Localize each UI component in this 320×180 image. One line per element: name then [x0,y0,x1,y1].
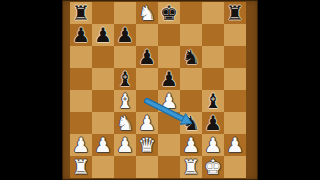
square-c2[interactable]: ♟ [114,134,136,156]
square-b4[interactable] [92,90,114,112]
square-h2[interactable]: ♟ [224,134,246,156]
square-g2[interactable]: ♟ [202,134,224,156]
piece-white-queen-d2[interactable]: ♛ [136,134,158,156]
square-e3[interactable] [158,112,180,134]
piece-black-pawn-c7[interactable]: ♟ [114,24,136,46]
square-g7[interactable] [202,24,224,46]
square-e1[interactable] [158,156,180,178]
square-h6[interactable] [224,46,246,68]
square-c1[interactable] [114,156,136,178]
square-e4[interactable]: ♟ [158,90,180,112]
square-c5[interactable]: ♝ [114,68,136,90]
square-h5[interactable] [224,68,246,90]
square-f2[interactable]: ♟ [180,134,202,156]
square-h8[interactable]: ♜ [224,2,246,24]
piece-white-king-g1[interactable]: ♚ [202,156,224,178]
piece-black-rook-a8[interactable]: ♜ [70,2,92,24]
square-b1[interactable] [92,156,114,178]
piece-white-pawn-h2[interactable]: ♟ [224,134,246,156]
piece-black-knight-f3[interactable]: ♞ [180,112,202,134]
piece-white-pawn-a2[interactable]: ♟ [70,134,92,156]
piece-black-bishop-g4[interactable]: ♝ [202,90,224,112]
piece-black-pawn-a7[interactable]: ♟ [70,24,92,46]
square-g5[interactable] [202,68,224,90]
square-d5[interactable] [136,68,158,90]
square-c8[interactable] [114,2,136,24]
square-f8[interactable] [180,2,202,24]
square-c6[interactable] [114,46,136,68]
square-f6[interactable]: ♞ [180,46,202,68]
square-f7[interactable] [180,24,202,46]
piece-white-pawn-c2[interactable]: ♟ [114,134,136,156]
square-h4[interactable] [224,90,246,112]
piece-black-bishop-c5[interactable]: ♝ [114,68,136,90]
square-a7[interactable]: ♟ [70,24,92,46]
piece-white-knight-d8[interactable]: ♞ [136,2,158,24]
square-b7[interactable]: ♟ [92,24,114,46]
piece-white-pawn-g2[interactable]: ♟ [202,134,224,156]
square-b5[interactable] [92,68,114,90]
square-g4[interactable]: ♝ [202,90,224,112]
piece-black-king-e8[interactable]: ♚ [158,2,180,24]
background: ♜♞♚♜♟♟♟♟♞♝♟♝♟♝♞♟♞♟♟♟♟♛♟♟♟♜♜♚ [0,0,320,180]
square-h1[interactable] [224,156,246,178]
square-e2[interactable] [158,134,180,156]
square-g1[interactable]: ♚ [202,156,224,178]
square-f5[interactable] [180,68,202,90]
square-a6[interactable] [70,46,92,68]
square-e6[interactable] [158,46,180,68]
square-d1[interactable] [136,156,158,178]
square-g6[interactable] [202,46,224,68]
piece-white-pawn-b2[interactable]: ♟ [92,134,114,156]
square-g3[interactable]: ♟ [202,112,224,134]
square-e5[interactable]: ♟ [158,68,180,90]
square-f3[interactable]: ♞ [180,112,202,134]
piece-white-pawn-e4[interactable]: ♟ [158,90,180,112]
square-b2[interactable]: ♟ [92,134,114,156]
piece-white-rook-f1[interactable]: ♜ [180,156,202,178]
square-a4[interactable] [70,90,92,112]
square-b8[interactable] [92,2,114,24]
square-a1[interactable]: ♜ [70,156,92,178]
piece-black-pawn-e5[interactable]: ♟ [158,68,180,90]
square-e8[interactable]: ♚ [158,2,180,24]
piece-white-bishop-c4[interactable]: ♝ [114,90,136,112]
piece-white-pawn-d3[interactable]: ♟ [136,112,158,134]
square-g8[interactable] [202,2,224,24]
square-c7[interactable]: ♟ [114,24,136,46]
square-a2[interactable]: ♟ [70,134,92,156]
board-frame: ♜♞♚♜♟♟♟♟♞♝♟♝♟♝♞♟♞♟♟♟♟♛♟♟♟♜♜♚ [62,0,258,180]
square-a8[interactable]: ♜ [70,2,92,24]
square-c3[interactable]: ♞ [114,112,136,134]
square-d2[interactable]: ♛ [136,134,158,156]
square-d3[interactable]: ♟ [136,112,158,134]
piece-white-pawn-f2[interactable]: ♟ [180,134,202,156]
piece-black-pawn-g3[interactable]: ♟ [202,112,224,134]
square-e7[interactable] [158,24,180,46]
square-h7[interactable] [224,24,246,46]
board: ♜♞♚♜♟♟♟♟♞♝♟♝♟♝♞♟♞♟♟♟♟♛♟♟♟♜♜♚ [70,2,246,178]
square-f1[interactable]: ♜ [180,156,202,178]
square-d6[interactable]: ♟ [136,46,158,68]
piece-black-pawn-b7[interactable]: ♟ [92,24,114,46]
square-a5[interactable] [70,68,92,90]
square-a3[interactable] [70,112,92,134]
square-h3[interactable] [224,112,246,134]
square-b3[interactable] [92,112,114,134]
piece-black-pawn-d6[interactable]: ♟ [136,46,158,68]
square-c4[interactable]: ♝ [114,90,136,112]
square-f4[interactable] [180,90,202,112]
square-d8[interactable]: ♞ [136,2,158,24]
piece-black-knight-f6[interactable]: ♞ [180,46,202,68]
square-d4[interactable] [136,90,158,112]
square-d7[interactable] [136,24,158,46]
piece-white-knight-c3[interactable]: ♞ [114,112,136,134]
piece-white-rook-a1[interactable]: ♜ [70,156,92,178]
square-b6[interactable] [92,46,114,68]
piece-black-rook-h8[interactable]: ♜ [224,2,246,24]
